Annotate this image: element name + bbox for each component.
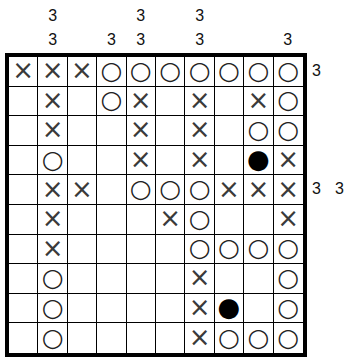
cell-r8c6[interactable]: × bbox=[185, 294, 214, 324]
cell-r0c7[interactable]: ○ bbox=[215, 57, 244, 87]
cell-r4c3[interactable] bbox=[97, 175, 126, 205]
cell-r6c0[interactable] bbox=[9, 235, 38, 265]
cell-r8c3[interactable] bbox=[97, 294, 126, 324]
cell-r6c9[interactable]: ○ bbox=[274, 235, 303, 265]
x-mark: × bbox=[12, 57, 34, 83]
black-disc: ● bbox=[218, 294, 241, 320]
column-clue-col1-line0: 3 bbox=[48, 5, 57, 27]
x-mark: × bbox=[71, 176, 93, 202]
cell-r3c3[interactable] bbox=[97, 146, 126, 176]
cell-r6c3[interactable] bbox=[97, 235, 126, 265]
circle-mark: ○ bbox=[189, 176, 211, 201]
x-mark: × bbox=[42, 116, 64, 142]
cell-r2c7[interactable] bbox=[215, 116, 244, 146]
circle-mark: ○ bbox=[277, 117, 299, 142]
cell-r0c8[interactable]: ○ bbox=[244, 57, 273, 87]
cell-r2c6[interactable]: × bbox=[185, 116, 214, 146]
cell-r7c1[interactable]: ○ bbox=[38, 264, 67, 294]
cell-r7c9[interactable]: ○ bbox=[274, 264, 303, 294]
cell-r5c8[interactable] bbox=[244, 205, 273, 235]
circle-mark: ○ bbox=[189, 235, 211, 260]
cell-r2c9[interactable]: ○ bbox=[274, 116, 303, 146]
cell-r4c1[interactable]: × bbox=[38, 175, 67, 205]
cell-r1c4[interactable]: × bbox=[127, 87, 156, 117]
cell-r0c0[interactable]: × bbox=[9, 57, 38, 87]
cell-r8c5[interactable] bbox=[156, 294, 185, 324]
row-clue-value: 3 bbox=[312, 180, 321, 198]
cell-r1c2[interactable] bbox=[68, 87, 97, 117]
circle-mark: ○ bbox=[277, 265, 299, 290]
circle-mark: ○ bbox=[218, 58, 240, 83]
x-mark: × bbox=[189, 324, 211, 350]
row-clue-value: 3 bbox=[335, 180, 344, 198]
cell-r4c7[interactable]: × bbox=[215, 175, 244, 205]
x-mark: × bbox=[189, 294, 211, 320]
cell-r2c3[interactable] bbox=[97, 116, 126, 146]
cell-r0c9[interactable]: ○ bbox=[274, 57, 303, 87]
cell-r5c6[interactable]: ○ bbox=[185, 205, 214, 235]
cell-r8c7[interactable]: ● bbox=[215, 294, 244, 324]
column-clue-col3-line1: 3 bbox=[107, 29, 116, 51]
cell-r9c2[interactable] bbox=[68, 323, 97, 353]
cell-r7c8[interactable] bbox=[244, 264, 273, 294]
cell-r6c4[interactable] bbox=[127, 235, 156, 265]
circle-mark: ○ bbox=[277, 235, 299, 260]
x-mark: × bbox=[218, 176, 240, 202]
cell-r1c7[interactable] bbox=[215, 87, 244, 117]
x-mark: × bbox=[42, 57, 64, 83]
cell-r3c4[interactable]: × bbox=[127, 146, 156, 176]
circle-mark: ○ bbox=[247, 117, 269, 142]
circle-mark: ○ bbox=[218, 325, 240, 350]
cell-r3c5[interactable] bbox=[156, 146, 185, 176]
x-mark: × bbox=[189, 264, 211, 290]
cell-r3c9[interactable]: × bbox=[274, 146, 303, 176]
cell-r3c0[interactable] bbox=[9, 146, 38, 176]
cell-r9c0[interactable] bbox=[9, 323, 38, 353]
cell-r4c8[interactable]: × bbox=[244, 175, 273, 205]
x-mark: × bbox=[42, 205, 64, 231]
x-mark: × bbox=[189, 146, 211, 172]
cell-r4c6[interactable]: ○ bbox=[185, 175, 214, 205]
x-mark: × bbox=[130, 116, 152, 142]
circle-mark: ○ bbox=[130, 58, 152, 83]
circle-mark: ○ bbox=[42, 265, 64, 290]
cell-r9c7[interactable]: ○ bbox=[215, 323, 244, 353]
x-mark: × bbox=[247, 176, 269, 202]
x-mark: × bbox=[71, 57, 93, 83]
x-mark: × bbox=[277, 176, 299, 202]
black-disc: ● bbox=[247, 146, 270, 172]
circle-mark: ○ bbox=[42, 325, 64, 350]
row-clue-row0: 3 bbox=[312, 57, 321, 87]
cell-r6c7[interactable]: ○ bbox=[215, 235, 244, 265]
cell-r8c9[interactable]: ○ bbox=[274, 294, 303, 324]
cell-r7c7[interactable] bbox=[215, 264, 244, 294]
cell-r2c1[interactable]: × bbox=[38, 116, 67, 146]
cell-r4c0[interactable] bbox=[9, 175, 38, 205]
column-clue-col1-line1: 3 bbox=[48, 29, 57, 51]
cell-r1c9[interactable]: ○ bbox=[274, 87, 303, 117]
column-clue-col4-line0: 3 bbox=[136, 5, 145, 27]
x-mark: × bbox=[277, 205, 299, 231]
circle-mark: ○ bbox=[189, 206, 211, 231]
cell-r3c7[interactable] bbox=[215, 146, 244, 176]
cell-r5c7[interactable] bbox=[215, 205, 244, 235]
circle-mark: ○ bbox=[130, 176, 152, 201]
cell-r3c2[interactable] bbox=[68, 146, 97, 176]
cell-r9c6[interactable]: × bbox=[185, 323, 214, 353]
cell-r8c2[interactable] bbox=[68, 294, 97, 324]
cell-r2c4[interactable]: × bbox=[127, 116, 156, 146]
cell-r1c3[interactable]: ○ bbox=[97, 87, 126, 117]
cell-r0c2[interactable]: × bbox=[68, 57, 97, 87]
x-mark: × bbox=[130, 87, 152, 113]
cell-r2c5[interactable] bbox=[156, 116, 185, 146]
cell-r2c2[interactable] bbox=[68, 116, 97, 146]
cell-r9c1[interactable]: ○ bbox=[38, 323, 67, 353]
cell-r1c1[interactable]: × bbox=[38, 87, 67, 117]
x-mark: × bbox=[247, 87, 269, 113]
cell-r5c0[interactable] bbox=[9, 205, 38, 235]
cell-r4c9[interactable]: × bbox=[274, 175, 303, 205]
column-clue-col9-line1: 3 bbox=[283, 29, 292, 51]
circle-mark: ○ bbox=[247, 58, 269, 83]
cell-r5c5[interactable]: × bbox=[156, 205, 185, 235]
cell-r7c4[interactable] bbox=[127, 264, 156, 294]
cell-r6c6[interactable]: ○ bbox=[185, 235, 214, 265]
x-mark: × bbox=[42, 235, 64, 261]
row-clue-row4: 33 bbox=[312, 175, 344, 205]
cell-r0c1[interactable]: × bbox=[38, 57, 67, 87]
cell-r2c0[interactable] bbox=[9, 116, 38, 146]
cell-r9c4[interactable] bbox=[127, 323, 156, 353]
cell-r4c2[interactable]: × bbox=[68, 175, 97, 205]
cell-r0c5[interactable]: ○ bbox=[156, 57, 185, 87]
x-mark: × bbox=[159, 205, 181, 231]
cell-r4c4[interactable]: ○ bbox=[127, 175, 156, 205]
cell-r6c8[interactable]: ○ bbox=[244, 235, 273, 265]
x-mark: × bbox=[189, 87, 211, 113]
column-clue-col6-line0: 3 bbox=[195, 5, 204, 27]
cell-r2c8[interactable]: ○ bbox=[244, 116, 273, 146]
column-clue-col4-line1: 3 bbox=[136, 29, 145, 51]
cell-r7c0[interactable] bbox=[9, 264, 38, 294]
circle-mark: ○ bbox=[277, 325, 299, 350]
cell-r3c6[interactable]: × bbox=[185, 146, 214, 176]
circle-mark: ○ bbox=[277, 87, 299, 112]
circle-mark: ○ bbox=[42, 147, 64, 172]
x-mark: × bbox=[277, 146, 299, 172]
circle-mark: ○ bbox=[42, 295, 64, 320]
cell-r8c0[interactable] bbox=[9, 294, 38, 324]
cell-r5c2[interactable] bbox=[68, 205, 97, 235]
row-clue-value: 3 bbox=[312, 62, 321, 80]
circle-mark: ○ bbox=[247, 325, 269, 350]
cell-r7c5[interactable] bbox=[156, 264, 185, 294]
cell-r7c3[interactable] bbox=[97, 264, 126, 294]
cell-r9c8[interactable]: ○ bbox=[244, 323, 273, 353]
cell-r1c5[interactable] bbox=[156, 87, 185, 117]
circle-mark: ○ bbox=[277, 295, 299, 320]
cell-r5c3[interactable] bbox=[97, 205, 126, 235]
cell-r1c0[interactable] bbox=[9, 87, 38, 117]
cell-r0c4[interactable]: ○ bbox=[127, 57, 156, 87]
circle-mark: ○ bbox=[159, 176, 181, 201]
x-mark: × bbox=[189, 116, 211, 142]
cell-r8c8[interactable] bbox=[244, 294, 273, 324]
circle-mark: ○ bbox=[159, 58, 181, 83]
cell-r6c5[interactable] bbox=[156, 235, 185, 265]
cell-r9c3[interactable] bbox=[97, 323, 126, 353]
circle-mark: ○ bbox=[247, 235, 269, 260]
cell-r1c8[interactable]: × bbox=[244, 87, 273, 117]
cell-r5c9[interactable]: × bbox=[274, 205, 303, 235]
circle-mark: ○ bbox=[277, 58, 299, 83]
x-mark: × bbox=[130, 146, 152, 172]
cell-r3c1[interactable]: ○ bbox=[38, 146, 67, 176]
cell-r0c3[interactable]: ○ bbox=[97, 57, 126, 87]
x-mark: × bbox=[42, 87, 64, 113]
circle-mark: ○ bbox=[218, 235, 240, 260]
cell-r8c4[interactable] bbox=[127, 294, 156, 324]
cell-r8c1[interactable]: ○ bbox=[38, 294, 67, 324]
cell-r5c1[interactable]: × bbox=[38, 205, 67, 235]
cell-r1c6[interactable]: × bbox=[185, 87, 214, 117]
cell-r7c2[interactable] bbox=[68, 264, 97, 294]
cell-r9c9[interactable]: ○ bbox=[274, 323, 303, 353]
cell-r3c8[interactable]: ● bbox=[244, 146, 273, 176]
circle-mark: ○ bbox=[100, 58, 122, 83]
cell-r6c2[interactable] bbox=[68, 235, 97, 265]
cell-r7c6[interactable]: × bbox=[185, 264, 214, 294]
circle-mark: ○ bbox=[189, 58, 211, 83]
column-clue-col6-line1: 3 bbox=[195, 29, 204, 51]
cell-r4c5[interactable]: ○ bbox=[156, 175, 185, 205]
puzzle-page: 33333333 ×××○○○○○○○×○×××○×××○○○××●×××○○○… bbox=[0, 0, 356, 361]
cell-r5c4[interactable] bbox=[127, 205, 156, 235]
cell-r0c6[interactable]: ○ bbox=[185, 57, 214, 87]
circle-mark: ○ bbox=[100, 87, 122, 112]
puzzle-board: ×××○○○○○○○×○×××○×××○○○××●×××○○○×××××○××○… bbox=[5, 53, 307, 357]
cell-r6c1[interactable]: × bbox=[38, 235, 67, 265]
x-mark: × bbox=[42, 176, 64, 202]
cell-r9c5[interactable] bbox=[156, 323, 185, 353]
